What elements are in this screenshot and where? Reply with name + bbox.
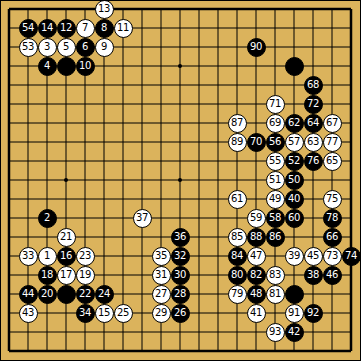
go-stone-black-82[interactable]: 82 — [247, 266, 266, 285]
stone-layer[interactable]: 1234567891011121314151617181920212223242… — [0, 0, 361, 361]
go-stone-black-40[interactable]: 40 — [285, 190, 304, 209]
go-stone-black-80[interactable]: 80 — [228, 266, 247, 285]
go-stone-black-handicap[interactable] — [57, 285, 76, 304]
go-stone-white-23[interactable]: 23 — [76, 247, 95, 266]
go-stone-black-handicap[interactable] — [285, 57, 304, 76]
go-stone-black-60[interactable]: 60 — [285, 209, 304, 228]
go-stone-white-77[interactable]: 77 — [323, 133, 342, 152]
go-stone-white-73[interactable]: 73 — [323, 247, 342, 266]
go-stone-black-4[interactable]: 4 — [38, 57, 57, 76]
go-stone-black-38[interactable]: 38 — [304, 266, 323, 285]
go-stone-black-36[interactable]: 36 — [171, 228, 190, 247]
go-stone-white-93[interactable]: 93 — [266, 323, 285, 342]
go-stone-black-2[interactable]: 2 — [38, 209, 57, 228]
go-stone-white-31[interactable]: 31 — [152, 266, 171, 285]
go-stone-white-43[interactable]: 43 — [19, 304, 38, 323]
go-stone-white-55[interactable]: 55 — [266, 152, 285, 171]
go-stone-white-69[interactable]: 69 — [266, 114, 285, 133]
go-stone-white-79[interactable]: 79 — [228, 285, 247, 304]
go-stone-black-20[interactable]: 20 — [38, 285, 57, 304]
go-stone-black-44[interactable]: 44 — [19, 285, 38, 304]
go-stone-white-5[interactable]: 5 — [57, 38, 76, 57]
go-stone-black-84[interactable]: 84 — [228, 247, 247, 266]
go-stone-black-58[interactable]: 58 — [266, 209, 285, 228]
go-stone-black-6[interactable]: 6 — [76, 38, 95, 57]
go-stone-white-13[interactable]: 13 — [95, 0, 114, 19]
go-stone-black-92[interactable]: 92 — [304, 304, 323, 323]
go-board[interactable]: 1234567891011121314151617181920212223242… — [0, 0, 361, 361]
go-stone-white-65[interactable]: 65 — [323, 152, 342, 171]
go-stone-white-59[interactable]: 59 — [247, 209, 266, 228]
go-stone-black-76[interactable]: 76 — [304, 152, 323, 171]
go-stone-white-85[interactable]: 85 — [228, 228, 247, 247]
go-stone-white-47[interactable]: 47 — [247, 247, 266, 266]
go-stone-white-11[interactable]: 11 — [114, 19, 133, 38]
go-stone-white-63[interactable]: 63 — [304, 133, 323, 152]
go-stone-white-83[interactable]: 83 — [266, 266, 285, 285]
go-stone-white-19[interactable]: 19 — [76, 266, 95, 285]
go-stone-white-17[interactable]: 17 — [57, 266, 76, 285]
go-stone-black-54[interactable]: 54 — [19, 19, 38, 38]
go-stone-white-67[interactable]: 67 — [323, 114, 342, 133]
go-stone-black-handicap[interactable] — [57, 57, 76, 76]
go-stone-black-48[interactable]: 48 — [247, 285, 266, 304]
go-stone-white-3[interactable]: 3 — [38, 38, 57, 57]
go-stone-white-81[interactable]: 81 — [266, 285, 285, 304]
go-stone-white-37[interactable]: 37 — [133, 209, 152, 228]
go-stone-black-10[interactable]: 10 — [76, 57, 95, 76]
go-stone-black-42[interactable]: 42 — [285, 323, 304, 342]
go-stone-black-22[interactable]: 22 — [76, 285, 95, 304]
go-stone-black-88[interactable]: 88 — [247, 228, 266, 247]
go-stone-black-34[interactable]: 34 — [76, 304, 95, 323]
go-stone-white-89[interactable]: 89 — [228, 133, 247, 152]
go-stone-black-28[interactable]: 28 — [171, 285, 190, 304]
go-stone-black-16[interactable]: 16 — [57, 247, 76, 266]
go-stone-black-86[interactable]: 86 — [266, 228, 285, 247]
go-stone-black-74[interactable]: 74 — [342, 247, 361, 266]
go-stone-white-25[interactable]: 25 — [114, 304, 133, 323]
go-stone-white-53[interactable]: 53 — [19, 38, 38, 57]
go-stone-white-87[interactable]: 87 — [228, 114, 247, 133]
go-stone-black-26[interactable]: 26 — [171, 304, 190, 323]
go-stone-black-90[interactable]: 90 — [247, 38, 266, 57]
go-stone-white-33[interactable]: 33 — [19, 247, 38, 266]
go-stone-black-32[interactable]: 32 — [171, 247, 190, 266]
go-stone-black-72[interactable]: 72 — [304, 95, 323, 114]
go-stone-black-30[interactable]: 30 — [171, 266, 190, 285]
go-stone-white-61[interactable]: 61 — [228, 190, 247, 209]
go-stone-white-21[interactable]: 21 — [57, 228, 76, 247]
go-stone-black-50[interactable]: 50 — [285, 171, 304, 190]
go-stone-black-78[interactable]: 78 — [323, 209, 342, 228]
go-stone-black-24[interactable]: 24 — [95, 285, 114, 304]
go-stone-white-9[interactable]: 9 — [95, 38, 114, 57]
go-stone-white-91[interactable]: 91 — [285, 304, 304, 323]
go-stone-white-29[interactable]: 29 — [152, 304, 171, 323]
go-stone-white-7[interactable]: 7 — [76, 19, 95, 38]
go-stone-white-75[interactable]: 75 — [323, 190, 342, 209]
go-stone-white-57[interactable]: 57 — [285, 133, 304, 152]
go-stone-white-27[interactable]: 27 — [152, 285, 171, 304]
go-stone-black-handicap[interactable] — [285, 285, 304, 304]
go-stone-black-52[interactable]: 52 — [285, 152, 304, 171]
go-stone-black-66[interactable]: 66 — [323, 228, 342, 247]
go-stone-white-35[interactable]: 35 — [152, 247, 171, 266]
go-stone-black-18[interactable]: 18 — [38, 266, 57, 285]
go-stone-white-39[interactable]: 39 — [285, 247, 304, 266]
go-stone-white-71[interactable]: 71 — [266, 95, 285, 114]
go-stone-black-64[interactable]: 64 — [304, 114, 323, 133]
go-stone-black-46[interactable]: 46 — [323, 266, 342, 285]
go-stone-white-45[interactable]: 45 — [304, 247, 323, 266]
go-stone-black-68[interactable]: 68 — [304, 76, 323, 95]
go-stone-white-1[interactable]: 1 — [38, 247, 57, 266]
go-stone-black-62[interactable]: 62 — [285, 114, 304, 133]
go-stone-black-56[interactable]: 56 — [266, 133, 285, 152]
go-stone-black-14[interactable]: 14 — [38, 19, 57, 38]
go-stone-white-51[interactable]: 51 — [266, 171, 285, 190]
go-stone-black-8[interactable]: 8 — [95, 19, 114, 38]
go-stone-white-15[interactable]: 15 — [95, 304, 114, 323]
go-stone-black-12[interactable]: 12 — [57, 19, 76, 38]
go-stone-white-49[interactable]: 49 — [266, 190, 285, 209]
go-stone-white-41[interactable]: 41 — [247, 304, 266, 323]
go-stone-black-70[interactable]: 70 — [247, 133, 266, 152]
